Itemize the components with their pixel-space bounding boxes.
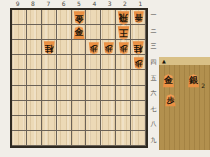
board-cell-8-2[interactable] — [27, 25, 42, 40]
board-cell-3-9[interactable] — [101, 131, 116, 146]
board-cell-3-5[interactable] — [101, 70, 116, 85]
file-label-6: 6 — [56, 0, 71, 8]
board-cell-2-8[interactable] — [116, 116, 131, 131]
board-cell-4-7[interactable] — [86, 101, 101, 116]
board-cell-1-6[interactable] — [131, 86, 146, 101]
file-label-3: 3 — [102, 0, 117, 8]
rank-label-5: 五 — [149, 70, 158, 86]
board-cell-2-3[interactable]: 歩 — [116, 40, 131, 55]
sente-marker: ▲ — [162, 58, 166, 64]
board-cell-9-6[interactable] — [12, 86, 27, 101]
board-cell-2-1[interactable]: 飛 — [116, 10, 131, 25]
shogi-app: 987654321 一二三四五六七八九 金飛香金王桂歩歩歩桂歩 ▲ 金銀2歩 — [0, 0, 210, 157]
hand-piece-count: 2 — [201, 82, 205, 89]
board-cell-3-1[interactable] — [101, 10, 116, 25]
board-cell-5-1[interactable]: 金 — [72, 10, 87, 25]
board-cell-1-4[interactable]: 歩 — [131, 55, 146, 70]
board-cell-3-7[interactable] — [101, 101, 116, 116]
board-cell-9-7[interactable] — [12, 101, 27, 116]
board-cell-1-5[interactable] — [131, 70, 146, 85]
hand-piece-銀[interactable]: 銀2 — [187, 74, 200, 88]
file-label-5: 5 — [71, 0, 86, 8]
piece-gote-王[interactable]: 王 — [117, 26, 130, 40]
board-cell-5-4[interactable] — [72, 55, 87, 70]
board-cell-9-2[interactable] — [12, 25, 27, 40]
board-cell-7-3[interactable]: 桂 — [42, 40, 57, 55]
board-cell-6-1[interactable] — [57, 10, 72, 25]
piece-sente-銀[interactable]: 銀 — [187, 74, 200, 88]
board-cell-5-2[interactable]: 金 — [72, 25, 87, 40]
file-label-8: 8 — [25, 0, 40, 8]
board-cell-1-7[interactable] — [131, 101, 146, 116]
board-cell-6-6[interactable] — [57, 86, 72, 101]
board-cell-8-8[interactable] — [27, 116, 42, 131]
shogi-board: 金飛香金王桂歩歩歩桂歩 — [10, 8, 148, 148]
hand-piece-金[interactable]: 金 — [162, 74, 175, 88]
board-cell-5-3[interactable] — [72, 40, 87, 55]
board-cell-9-1[interactable] — [12, 10, 27, 25]
piece-gote-歩[interactable]: 歩 — [103, 42, 115, 55]
rank-label-2: 二 — [149, 24, 158, 40]
board-cell-2-6[interactable] — [116, 86, 131, 101]
board-cell-4-4[interactable] — [86, 55, 101, 70]
board-cell-7-5[interactable] — [42, 70, 57, 85]
board-cell-4-8[interactable] — [86, 116, 101, 131]
rank-label-4: 四 — [149, 55, 158, 71]
board-cell-3-8[interactable] — [101, 116, 116, 131]
piece-gote-歩[interactable]: 歩 — [133, 57, 145, 70]
board-cell-5-7[interactable] — [72, 101, 87, 116]
board-cell-6-5[interactable] — [57, 70, 72, 85]
piece-gote-歩[interactable]: 歩 — [118, 42, 130, 55]
board-cell-6-3[interactable] — [57, 40, 72, 55]
board-cell-7-6[interactable] — [42, 86, 57, 101]
piece-gote-金[interactable]: 金 — [73, 11, 86, 25]
board-cell-8-5[interactable] — [27, 70, 42, 85]
piece-gote-桂[interactable]: 桂 — [132, 41, 145, 55]
board-cell-4-1[interactable] — [86, 10, 101, 25]
board-cell-1-9[interactable] — [131, 131, 146, 146]
board-cell-9-4[interactable] — [12, 55, 27, 70]
board-cell-8-9[interactable] — [27, 131, 42, 146]
board-cell-2-4[interactable] — [116, 55, 131, 70]
file-label-4: 4 — [87, 0, 102, 8]
board-cell-9-8[interactable] — [12, 116, 27, 131]
board-cell-5-6[interactable] — [72, 86, 87, 101]
rank-label-9: 九 — [149, 133, 158, 149]
board-cell-1-2[interactable] — [131, 25, 146, 40]
board-cell-9-3[interactable] — [12, 40, 27, 55]
board-cell-6-4[interactable] — [57, 55, 72, 70]
rank-label-1: 一 — [149, 8, 158, 24]
board-cell-6-7[interactable] — [57, 101, 72, 116]
board-cell-3-6[interactable] — [101, 86, 116, 101]
rank-label-6: 六 — [149, 86, 158, 102]
board-cell-9-5[interactable] — [12, 70, 27, 85]
file-label-9: 9 — [10, 0, 25, 8]
hand-piece-歩[interactable]: 歩 — [164, 94, 177, 108]
rank-label-7: 七 — [149, 101, 158, 117]
board-cell-7-1[interactable] — [42, 10, 57, 25]
board-cell-3-2[interactable] — [101, 25, 116, 40]
rank-label-3: 三 — [149, 39, 158, 55]
board-cell-5-8[interactable] — [72, 116, 87, 131]
board-cell-5-9[interactable] — [72, 131, 87, 146]
board-cell-6-9[interactable] — [57, 131, 72, 146]
board-cell-4-5[interactable] — [86, 70, 101, 85]
board-cell-8-1[interactable] — [27, 10, 42, 25]
piece-gote-飛[interactable]: 飛 — [117, 11, 130, 25]
board-cell-7-4[interactable] — [42, 55, 57, 70]
board-cell-4-6[interactable] — [86, 86, 101, 101]
board-cell-1-3[interactable]: 桂 — [131, 40, 146, 55]
board-cell-7-9[interactable] — [42, 131, 57, 146]
file-label-2: 2 — [117, 0, 132, 8]
board-cell-8-7[interactable] — [27, 101, 42, 116]
rank-label-8: 八 — [149, 117, 158, 133]
board-cell-8-6[interactable] — [27, 86, 42, 101]
piece-sente-歩[interactable]: 歩 — [165, 94, 177, 107]
board-cell-4-2[interactable] — [86, 25, 101, 40]
file-coordinates: 987654321 — [10, 0, 148, 8]
board-cell-4-3[interactable]: 歩 — [86, 40, 101, 55]
piece-sente-金[interactable]: 金 — [162, 74, 175, 88]
board-cell-2-5[interactable] — [116, 70, 131, 85]
board-cell-7-2[interactable] — [42, 25, 57, 40]
sente-hand-tray: ▲ 金銀2歩 — [159, 57, 210, 150]
board-cell-6-8[interactable] — [57, 116, 72, 131]
file-label-1: 1 — [133, 0, 148, 8]
board-cell-6-2[interactable] — [57, 25, 72, 40]
board-cell-1-8[interactable] — [131, 116, 146, 131]
rank-coordinates: 一二三四五六七八九 — [149, 8, 158, 148]
board-cell-8-3[interactable] — [27, 40, 42, 55]
file-label-7: 7 — [41, 0, 56, 8]
piece-sente-金[interactable]: 金 — [73, 26, 86, 40]
board-cell-4-9[interactable] — [86, 131, 101, 146]
sente-hand-header: ▲ — [159, 57, 210, 65]
board-cell-1-1[interactable]: 香 — [131, 10, 146, 25]
piece-gote-歩[interactable]: 歩 — [88, 42, 100, 55]
board-cell-2-7[interactable] — [116, 101, 131, 116]
board-cell-7-7[interactable] — [42, 101, 57, 116]
board-cell-9-9[interactable] — [12, 131, 27, 146]
board-cell-7-8[interactable] — [42, 116, 57, 131]
board-cell-2-2[interactable]: 王 — [116, 25, 131, 40]
piece-gote-桂[interactable]: 桂 — [43, 41, 56, 55]
board-cell-5-5[interactable] — [72, 70, 87, 85]
board-cell-2-9[interactable] — [116, 131, 131, 146]
board-cell-3-3[interactable]: 歩 — [101, 40, 116, 55]
piece-gote-香[interactable]: 香 — [133, 11, 145, 24]
board-cell-8-4[interactable] — [27, 55, 42, 70]
board-cell-3-4[interactable] — [101, 55, 116, 70]
